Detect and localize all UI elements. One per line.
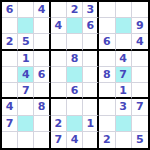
cell-r8c3[interactable] <box>34 116 50 132</box>
cell-r5c3[interactable]: 6 <box>34 67 50 83</box>
cell-r9c2[interactable] <box>18 132 34 148</box>
cell-r6c8[interactable]: 1 <box>116 83 132 99</box>
cell-r8c5[interactable] <box>67 116 83 132</box>
cell-r7c6[interactable] <box>83 99 99 115</box>
cell-r3c6[interactable] <box>83 34 99 50</box>
cell-r3c8[interactable] <box>116 34 132 50</box>
cell-r4c3[interactable] <box>34 51 50 67</box>
cell-r5c2[interactable]: 4 <box>18 67 34 83</box>
cell-r3c7[interactable]: 6 <box>99 34 115 50</box>
cell-r5c1[interactable] <box>2 67 18 83</box>
cell-r5c5[interactable] <box>67 67 83 83</box>
cell-r1c8[interactable] <box>116 2 132 18</box>
cell-r2c8[interactable] <box>116 18 132 34</box>
cell-r9c1[interactable] <box>2 132 18 148</box>
cell-r6c1[interactable] <box>2 83 18 99</box>
cell-r6c7[interactable] <box>99 83 115 99</box>
cell-r4c8[interactable]: 4 <box>116 51 132 67</box>
cell-r6c3[interactable] <box>34 83 50 99</box>
cell-r9c4[interactable]: 7 <box>51 132 67 148</box>
cell-r4c7[interactable] <box>99 51 115 67</box>
cell-r5c4[interactable] <box>51 67 67 83</box>
cell-r8c1[interactable]: 7 <box>2 116 18 132</box>
cell-r6c2[interactable]: 7 <box>18 83 34 99</box>
cell-r2c4[interactable]: 4 <box>51 18 67 34</box>
cell-r7c4[interactable] <box>51 99 67 115</box>
cell-r9c5[interactable]: 4 <box>67 132 83 148</box>
cell-r4c9[interactable] <box>132 51 148 67</box>
cell-r2c1[interactable] <box>2 18 18 34</box>
cell-r8c9[interactable] <box>132 116 148 132</box>
cell-r9c8[interactable] <box>116 132 132 148</box>
cell-r5c6[interactable] <box>83 67 99 83</box>
cell-r7c9[interactable]: 7 <box>132 99 148 115</box>
cell-r2c3[interactable] <box>34 18 50 34</box>
cell-r9c3[interactable] <box>34 132 50 148</box>
cell-r3c5[interactable] <box>67 34 83 50</box>
cell-r4c5[interactable]: 8 <box>67 51 83 67</box>
cell-r9c7[interactable]: 2 <box>99 132 115 148</box>
cell-r7c8[interactable]: 3 <box>116 99 132 115</box>
cell-r9c6[interactable] <box>83 132 99 148</box>
cell-r1c2[interactable] <box>18 2 34 18</box>
cell-r8c8[interactable] <box>116 116 132 132</box>
cell-r1c6[interactable]: 3 <box>83 2 99 18</box>
cell-r2c6[interactable]: 6 <box>83 18 99 34</box>
cell-r3c1[interactable]: 2 <box>2 34 18 50</box>
cell-r3c9[interactable]: 4 <box>132 34 148 50</box>
cell-r7c2[interactable] <box>18 99 34 115</box>
cell-r6c5[interactable]: 6 <box>67 83 83 99</box>
cell-r2c9[interactable]: 9 <box>132 18 148 34</box>
cell-r5c7[interactable]: 8 <box>99 67 115 83</box>
cell-r4c2[interactable]: 1 <box>18 51 34 67</box>
cell-r9c9[interactable]: 5 <box>132 132 148 148</box>
cell-r7c7[interactable] <box>99 99 115 115</box>
cell-r8c7[interactable] <box>99 116 115 132</box>
cell-r5c9[interactable] <box>132 67 148 83</box>
cell-r2c2[interactable] <box>18 18 34 34</box>
cell-r5c8[interactable]: 7 <box>116 67 132 83</box>
cell-r1c7[interactable] <box>99 2 115 18</box>
cell-r4c6[interactable] <box>83 51 99 67</box>
cell-r1c4[interactable] <box>51 2 67 18</box>
cell-r2c5[interactable] <box>67 18 83 34</box>
cell-r1c3[interactable]: 4 <box>34 2 50 18</box>
cell-r6c4[interactable] <box>51 83 67 99</box>
cell-r1c5[interactable]: 2 <box>67 2 83 18</box>
cell-r4c4[interactable] <box>51 51 67 67</box>
cell-r1c1[interactable]: 6 <box>2 2 18 18</box>
cell-r8c4[interactable]: 2 <box>51 116 67 132</box>
cell-r3c3[interactable] <box>34 34 50 50</box>
cell-r3c2[interactable]: 5 <box>18 34 34 50</box>
cell-r7c1[interactable]: 4 <box>2 99 18 115</box>
cell-r7c3[interactable]: 8 <box>34 99 50 115</box>
cell-r8c6[interactable]: 1 <box>83 116 99 132</box>
cell-r1c9[interactable] <box>132 2 148 18</box>
sudoku-board: 64234692564184468776148377217425 <box>0 0 150 150</box>
cell-r6c9[interactable] <box>132 83 148 99</box>
cell-r2c7[interactable] <box>99 18 115 34</box>
cell-r4c1[interactable] <box>2 51 18 67</box>
cell-r3c4[interactable] <box>51 34 67 50</box>
cell-r8c2[interactable] <box>18 116 34 132</box>
cell-r6c6[interactable] <box>83 83 99 99</box>
cell-r7c5[interactable] <box>67 99 83 115</box>
